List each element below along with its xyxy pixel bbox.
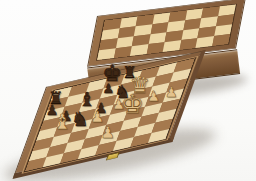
- white-king-glyph: ♚: [121, 91, 144, 117]
- black-pawn-glyph: ♟: [103, 82, 115, 95]
- white-pawn-glyph: ♟: [147, 89, 160, 103]
- black-knight-glyph: ♞: [71, 109, 89, 129]
- lid-square: [146, 42, 164, 54]
- lid-square: [163, 40, 181, 52]
- board-tilted-surface: ♚♜♜♟♟♝♞♛♟♟♟♟♟♞♝♟♚♟: [13, 50, 206, 179]
- lid-square: [114, 46, 132, 58]
- lid-square: [97, 48, 115, 60]
- lid-square: [195, 36, 213, 48]
- chess-set-photo: ♚♜♜♟♟♝♞♛♟♟♟♟♟♞♝♟♚♟: [0, 0, 256, 181]
- lid-square: [130, 44, 148, 56]
- white-bishop-glyph: ♝: [53, 112, 72, 133]
- lid-square: [179, 38, 197, 50]
- black-bishop-glyph: ♝: [79, 90, 96, 109]
- open-chess-board: ♚♜♜♟♟♝♞♛♟♟♟♟♟♞♝♟♚♟: [46, 87, 210, 181]
- white-pawn-glyph: ♟: [100, 125, 114, 141]
- lid-square: [212, 34, 230, 46]
- white-pawn-glyph: ♟: [165, 85, 178, 99]
